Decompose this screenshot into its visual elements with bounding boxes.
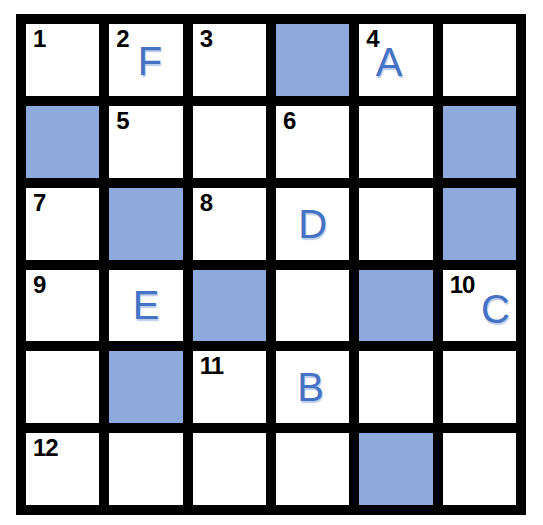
cell-r1c3[interactable]: 3	[193, 24, 266, 96]
cell-r5c6[interactable]	[443, 351, 516, 423]
cell-r1c5[interactable]: 4A	[359, 24, 432, 96]
cell-letter: B	[297, 367, 324, 407]
cell-r5c1[interactable]	[26, 351, 99, 423]
cell-r1c1[interactable]: 1	[26, 24, 99, 96]
cell-letter: E	[133, 285, 160, 325]
cell-r2c2[interactable]: 5	[109, 106, 182, 178]
cell-letter: D	[298, 204, 327, 244]
cell-r2c5[interactable]	[359, 106, 432, 178]
clue-number: 11	[200, 354, 223, 378]
cell-r6c3[interactable]	[193, 433, 266, 505]
cell-r1c6[interactable]	[443, 24, 516, 96]
cell-r3c1[interactable]: 7	[26, 188, 99, 260]
cell-r3c3[interactable]: 8	[193, 188, 266, 260]
cell-r5c3[interactable]: 11	[193, 351, 266, 423]
cell-r5c4[interactable]: B	[276, 351, 349, 423]
cell-r4c2[interactable]: E	[109, 270, 182, 342]
blocked-cell-r2c6	[443, 106, 516, 178]
cell-letter: A	[376, 42, 403, 82]
blocked-cell-r5c2	[109, 351, 182, 423]
crossword-board: 12F34A5678D9E10C11B12	[16, 14, 526, 515]
cell-r4c6[interactable]: 10C	[443, 270, 516, 342]
cell-r2c3[interactable]	[193, 106, 266, 178]
page: { "game": "crossword", "grid": { "rows":…	[0, 0, 543, 525]
clue-number: 3	[200, 27, 212, 51]
cell-r3c4[interactable]: D	[276, 188, 349, 260]
cell-r6c4[interactable]	[276, 433, 349, 505]
clue-number: 5	[116, 109, 128, 133]
blocked-cell-r3c2	[109, 188, 182, 260]
blocked-cell-r4c5	[359, 270, 432, 342]
cell-letter: C	[481, 289, 510, 329]
blocked-cell-r6c5	[359, 433, 432, 505]
cell-r3c5[interactable]	[359, 188, 432, 260]
cell-r6c6[interactable]	[443, 433, 516, 505]
cell-r1c2[interactable]: 2F	[109, 24, 182, 96]
cell-r4c1[interactable]: 9	[26, 270, 99, 342]
cell-r6c1[interactable]: 12	[26, 433, 99, 505]
cell-r2c4[interactable]: 6	[276, 106, 349, 178]
clue-number: 7	[33, 191, 45, 215]
clue-number: 12	[33, 436, 58, 460]
clue-number: 6	[283, 109, 295, 133]
clue-number: 9	[33, 273, 45, 297]
blocked-cell-r2c1	[26, 106, 99, 178]
blocked-cell-r1c4	[276, 24, 349, 96]
clue-number: 1	[33, 27, 45, 51]
cell-letter: F	[138, 41, 162, 81]
cell-r4c4[interactable]	[276, 270, 349, 342]
cell-r6c2[interactable]	[109, 433, 182, 505]
clue-number: 10	[450, 273, 475, 297]
blocked-cell-r4c3	[193, 270, 266, 342]
blocked-cell-r3c6	[443, 188, 516, 260]
clue-number: 2	[116, 27, 128, 51]
clue-number: 8	[200, 191, 212, 215]
cell-r5c5[interactable]	[359, 351, 432, 423]
